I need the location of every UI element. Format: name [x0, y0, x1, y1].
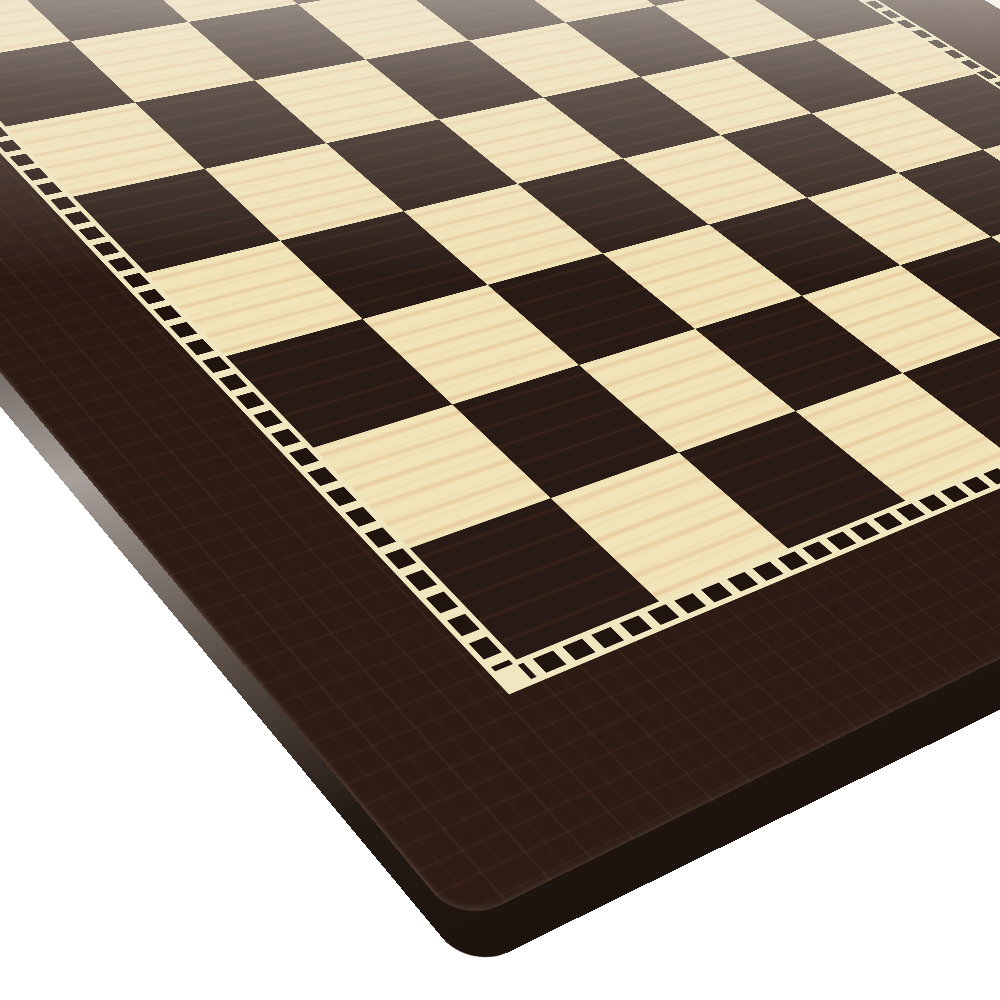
border-inlay-band: [0, 0, 1000, 694]
chess-board: [0, 0, 1000, 925]
photo-background: [0, 0, 1000, 1000]
